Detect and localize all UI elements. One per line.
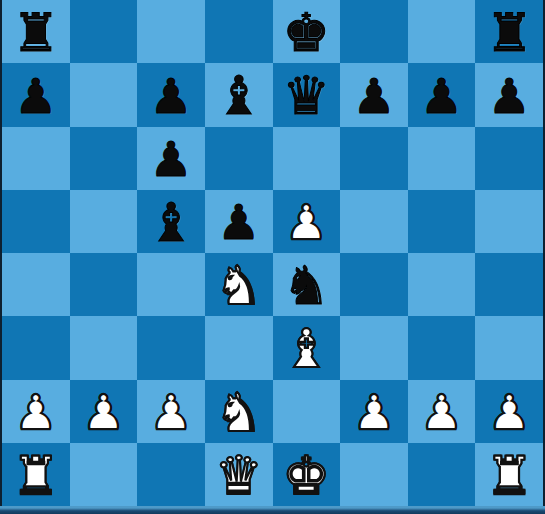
square-f8[interactable] [340, 0, 408, 63]
square-c6[interactable]: ♟ [137, 127, 205, 190]
square-h5[interactable] [475, 190, 543, 253]
square-e8[interactable]: ♚ [273, 0, 341, 63]
square-c3[interactable] [137, 316, 205, 379]
square-b7[interactable] [70, 63, 138, 126]
piece-black-pawn[interactable]: ♟ [150, 72, 193, 120]
square-e2[interactable] [273, 380, 341, 443]
square-h3[interactable] [475, 316, 543, 379]
square-c1[interactable] [137, 443, 205, 506]
square-b4[interactable] [70, 253, 138, 316]
square-a1[interactable]: ♜ [2, 443, 70, 506]
square-e7[interactable]: ♛ [273, 63, 341, 126]
square-g5[interactable] [408, 190, 476, 253]
square-h4[interactable] [475, 253, 543, 316]
square-b1[interactable] [70, 443, 138, 506]
square-b8[interactable] [70, 0, 138, 63]
square-b6[interactable] [70, 127, 138, 190]
square-c4[interactable] [137, 253, 205, 316]
square-f5[interactable] [340, 190, 408, 253]
chess-board: ♜♚♜♟♟♝♛♟♟♟♟♝♟♟♞♞♝♟♟♟♞♟♟♟♜♛♚♜ [2, 0, 543, 506]
piece-black-pawn[interactable]: ♟ [488, 72, 531, 120]
piece-white-knight[interactable]: ♞ [215, 386, 263, 439]
square-h2[interactable]: ♟ [475, 380, 543, 443]
piece-white-knight[interactable]: ♞ [215, 259, 263, 312]
square-g8[interactable] [408, 0, 476, 63]
piece-white-rook[interactable]: ♜ [12, 449, 60, 502]
square-f7[interactable]: ♟ [340, 63, 408, 126]
piece-white-pawn[interactable]: ♟ [488, 388, 531, 436]
square-f3[interactable] [340, 316, 408, 379]
square-a3[interactable] [2, 316, 70, 379]
square-f1[interactable] [340, 443, 408, 506]
piece-white-pawn[interactable]: ♟ [150, 388, 193, 436]
piece-white-pawn[interactable]: ♟ [352, 388, 395, 436]
piece-black-king[interactable]: ♚ [283, 6, 331, 59]
piece-white-pawn[interactable]: ♟ [82, 388, 125, 436]
square-f6[interactable] [340, 127, 408, 190]
piece-black-pawn[interactable]: ♟ [150, 135, 193, 183]
square-b2[interactable]: ♟ [70, 380, 138, 443]
square-a7[interactable]: ♟ [2, 63, 70, 126]
piece-white-king[interactable]: ♚ [283, 449, 331, 502]
piece-black-bishop[interactable]: ♝ [147, 196, 195, 249]
square-g2[interactable]: ♟ [408, 380, 476, 443]
piece-black-pawn[interactable]: ♟ [420, 72, 463, 120]
square-f4[interactable] [340, 253, 408, 316]
square-c2[interactable]: ♟ [137, 380, 205, 443]
square-e5[interactable]: ♟ [273, 190, 341, 253]
square-g6[interactable] [408, 127, 476, 190]
square-c7[interactable]: ♟ [137, 63, 205, 126]
square-d6[interactable] [205, 127, 273, 190]
square-a2[interactable]: ♟ [2, 380, 70, 443]
square-h8[interactable]: ♜ [475, 0, 543, 63]
square-h1[interactable]: ♜ [475, 443, 543, 506]
square-d3[interactable] [205, 316, 273, 379]
square-a5[interactable] [2, 190, 70, 253]
piece-white-queen[interactable]: ♛ [215, 449, 263, 502]
square-d7[interactable]: ♝ [205, 63, 273, 126]
piece-black-pawn[interactable]: ♟ [352, 72, 395, 120]
piece-black-knight[interactable]: ♞ [283, 259, 331, 312]
piece-black-rook[interactable]: ♜ [485, 6, 533, 59]
board-bottom-edge [0, 506, 545, 514]
square-g3[interactable] [408, 316, 476, 379]
square-f2[interactable]: ♟ [340, 380, 408, 443]
piece-white-pawn[interactable]: ♟ [285, 198, 328, 246]
square-d2[interactable]: ♞ [205, 380, 273, 443]
piece-white-bishop[interactable]: ♝ [283, 322, 331, 375]
piece-white-pawn[interactable]: ♟ [14, 388, 57, 436]
chess-app-window: ♜♚♜♟♟♝♛♟♟♟♟♝♟♟♞♞♝♟♟♟♞♟♟♟♜♛♚♜ [0, 0, 545, 514]
piece-black-pawn[interactable]: ♟ [14, 72, 57, 120]
square-d8[interactable] [205, 0, 273, 63]
square-c8[interactable] [137, 0, 205, 63]
square-d4[interactable]: ♞ [205, 253, 273, 316]
square-d5[interactable]: ♟ [205, 190, 273, 253]
piece-black-rook[interactable]: ♜ [12, 6, 60, 59]
square-h7[interactable]: ♟ [475, 63, 543, 126]
square-b3[interactable] [70, 316, 138, 379]
square-e1[interactable]: ♚ [273, 443, 341, 506]
piece-black-bishop[interactable]: ♝ [215, 69, 263, 122]
square-a4[interactable] [2, 253, 70, 316]
square-e4[interactable]: ♞ [273, 253, 341, 316]
piece-white-pawn[interactable]: ♟ [420, 388, 463, 436]
square-h6[interactable] [475, 127, 543, 190]
square-g1[interactable] [408, 443, 476, 506]
square-b5[interactable] [70, 190, 138, 253]
square-a6[interactable] [2, 127, 70, 190]
square-e6[interactable] [273, 127, 341, 190]
piece-black-pawn[interactable]: ♟ [217, 198, 260, 246]
square-g7[interactable]: ♟ [408, 63, 476, 126]
piece-white-rook[interactable]: ♜ [485, 449, 533, 502]
square-e3[interactable]: ♝ [273, 316, 341, 379]
piece-black-queen[interactable]: ♛ [283, 69, 331, 122]
square-a8[interactable]: ♜ [2, 0, 70, 63]
square-d1[interactable]: ♛ [205, 443, 273, 506]
square-c5[interactable]: ♝ [137, 190, 205, 253]
square-g4[interactable] [408, 253, 476, 316]
